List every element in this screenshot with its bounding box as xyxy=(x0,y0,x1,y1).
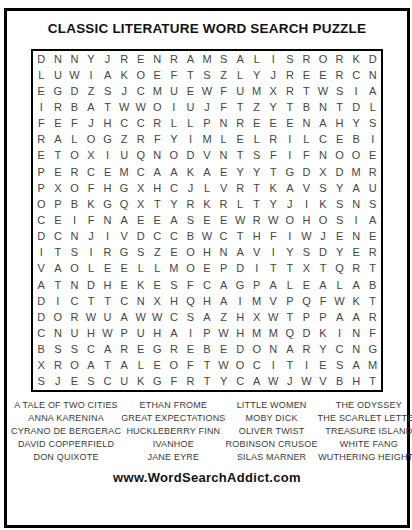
grid-cell: P xyxy=(116,325,133,341)
grid-cell: C xyxy=(116,116,133,132)
grid-cell: N xyxy=(348,325,365,341)
grid-cell: C xyxy=(166,229,183,245)
word-list-item: DON QUIXOTE xyxy=(11,452,121,462)
grid-cell: T xyxy=(50,245,67,261)
grid-cell: I xyxy=(83,67,100,83)
grid-cell: E xyxy=(364,229,381,245)
grid-cell: E xyxy=(132,51,149,67)
grid-cell: O xyxy=(66,148,83,164)
grid-cell: Q xyxy=(298,293,315,309)
grid-cell: C xyxy=(315,132,332,148)
grid-cell: E xyxy=(364,148,381,164)
word-list-item: IVANHOE xyxy=(121,439,225,449)
grid-cell: T xyxy=(265,164,282,180)
grid-cell: X xyxy=(83,148,100,164)
grid-cell: F xyxy=(83,180,100,196)
grid-cell: A xyxy=(215,277,232,293)
grid-cell: O xyxy=(248,342,265,358)
grid-cell: W xyxy=(265,309,282,325)
grid-cell: H xyxy=(232,325,249,341)
grid-cell: T xyxy=(298,83,315,99)
grid-cell: S xyxy=(248,148,265,164)
grid-cell: F xyxy=(166,374,183,390)
grid-cell: F xyxy=(315,293,332,309)
grid-cell: T xyxy=(232,99,249,115)
grid-cell: K xyxy=(315,196,332,212)
grid-cell: E xyxy=(132,212,149,228)
grid-cell: U xyxy=(116,148,133,164)
grid-cell: S xyxy=(99,83,116,99)
grid-cell: S xyxy=(166,277,183,293)
grid-cell: U xyxy=(166,83,183,99)
grid-cell: J xyxy=(315,229,332,245)
word-list-item: CYRANO DE BERGERAC xyxy=(11,426,121,436)
grid-cell: R xyxy=(331,51,348,67)
grid-cell: G xyxy=(282,164,299,180)
grid-cell: A xyxy=(215,293,232,309)
puzzle-grid: DNNYJRENRAMSALISRORKDLUWIAKOEFTSZLYJREER… xyxy=(31,49,383,392)
grid-cell: A xyxy=(50,261,67,277)
grid-cell: U xyxy=(99,309,116,325)
grid-cell: E xyxy=(149,212,166,228)
grid-cell: N xyxy=(315,99,332,115)
grid-cell: W xyxy=(331,293,348,309)
grid-cell: A xyxy=(166,164,183,180)
grid-cell: Y xyxy=(348,116,365,132)
grid-cell: S xyxy=(132,245,149,261)
grid-cell: H xyxy=(248,229,265,245)
grid-cell: T xyxy=(364,261,381,277)
grid-cell: K xyxy=(132,277,149,293)
grid-cell: A xyxy=(116,358,133,374)
grid-cell: U xyxy=(132,325,149,341)
grid-cell: I xyxy=(33,99,50,115)
grid-cell: T xyxy=(99,99,116,115)
grid-cell: E xyxy=(149,67,166,83)
grid-cell: E xyxy=(331,229,348,245)
grid-cell: S xyxy=(182,212,199,228)
grid-cell: E xyxy=(232,132,249,148)
grid-cell: E xyxy=(149,277,166,293)
grid-cell: F xyxy=(66,116,83,132)
grid-cell: W xyxy=(116,99,133,115)
word-list-item: SILAS MARNER xyxy=(226,452,318,462)
grid-cell: A xyxy=(166,325,183,341)
grid-cell: Y xyxy=(331,180,348,196)
grid-cell: E xyxy=(265,116,282,132)
grid-cell: E xyxy=(215,212,232,228)
grid-cell: D xyxy=(331,164,348,180)
grid-cell: Y xyxy=(331,245,348,261)
grid-cell: L xyxy=(132,358,149,374)
grid-cell: I xyxy=(99,148,116,164)
grid-cell: D xyxy=(232,342,249,358)
grid-cell: H xyxy=(331,116,348,132)
grid-cell: M xyxy=(248,325,265,341)
grid-cell: R xyxy=(182,374,199,390)
grid-cell: R xyxy=(149,116,166,132)
grid-cell: Y xyxy=(166,196,183,212)
grid-cell: O xyxy=(182,261,199,277)
grid-cell: V xyxy=(33,261,50,277)
grid-cell: Y xyxy=(282,245,299,261)
grid-cell: F xyxy=(265,148,282,164)
grid-cell: Y xyxy=(248,164,265,180)
grid-cell: G xyxy=(50,83,67,99)
word-list-item: LITTLE WOMEN xyxy=(226,400,318,410)
grid-cell: J xyxy=(50,374,67,390)
grid-cell: T xyxy=(50,277,67,293)
grid-cell: T xyxy=(248,196,265,212)
grid-cell: S xyxy=(66,245,83,261)
grid-cell: W xyxy=(83,309,100,325)
grid-cell: S xyxy=(66,342,83,358)
grid-cell: H xyxy=(149,180,166,196)
grid-cell: A xyxy=(149,164,166,180)
grid-cell: A xyxy=(348,277,365,293)
grid-cell: I xyxy=(232,293,249,309)
grid-cell: J xyxy=(99,51,116,67)
grid-cell: I xyxy=(265,358,282,374)
grid-cell: Y xyxy=(166,132,183,148)
grid-cell: I xyxy=(166,99,183,115)
grid-cell: O xyxy=(132,67,149,83)
grid-cell: I xyxy=(282,132,299,148)
grid-cell: W xyxy=(298,229,315,245)
grid-cell: D xyxy=(232,261,249,277)
grid-cell: L xyxy=(232,196,249,212)
grid-cell: D xyxy=(298,164,315,180)
grid-cell: B xyxy=(182,229,199,245)
grid-cell: G xyxy=(149,374,166,390)
grid-cell: J xyxy=(116,83,133,99)
grid-cell: M xyxy=(199,51,216,67)
grid-cell: R xyxy=(282,83,299,99)
grid-cell: E xyxy=(116,277,133,293)
grid-cell: X xyxy=(50,180,67,196)
grid-cell: G xyxy=(116,180,133,196)
grid-cell: C xyxy=(116,293,133,309)
grid-cell: L xyxy=(132,261,149,277)
grid-cell: D xyxy=(298,325,315,341)
word-list-item: ETHAN FROME xyxy=(121,400,225,410)
grid-cell: M xyxy=(364,358,381,374)
word-list-item: THE SCARLET LETTER xyxy=(318,413,412,423)
grid-cell: N xyxy=(215,148,232,164)
grid-cell: N xyxy=(215,116,232,132)
grid-cell: E xyxy=(199,212,216,228)
grid-cell: L xyxy=(83,261,100,277)
grid-cell: S xyxy=(364,196,381,212)
grid-cell: W xyxy=(132,309,149,325)
grid-cell: T xyxy=(265,261,282,277)
grid-cell: A xyxy=(282,180,299,196)
grid-cell: R xyxy=(348,261,365,277)
grid-cell: E xyxy=(215,164,232,180)
grid-cell: S xyxy=(33,374,50,390)
grid-cell: N xyxy=(99,212,116,228)
grid-cell: Y xyxy=(315,342,332,358)
grid-cell: W xyxy=(315,83,332,99)
grid-cell: W xyxy=(265,374,282,390)
grid-cell: O xyxy=(33,196,50,212)
grid-cell: R xyxy=(116,51,133,67)
grid-cell: J xyxy=(83,116,100,132)
grid-cell: F xyxy=(215,99,232,115)
grid-cell: I xyxy=(182,132,199,148)
grid-cell: B xyxy=(66,196,83,212)
grid-cell: H xyxy=(99,180,116,196)
grid-cell: D xyxy=(315,245,332,261)
grid-cell: E xyxy=(182,342,199,358)
grid-cell: R xyxy=(364,164,381,180)
grid-cell: C xyxy=(83,342,100,358)
grid-cell: Q xyxy=(132,148,149,164)
grid-cell: N xyxy=(66,277,83,293)
grid-cell: P xyxy=(315,309,332,325)
grid-cell: L xyxy=(232,67,249,83)
grid-cell: N xyxy=(348,342,365,358)
grid-cell: X xyxy=(298,261,315,277)
grid-cell: G xyxy=(149,342,166,358)
grid-cell: I xyxy=(66,212,83,228)
grid-cell: R xyxy=(182,196,199,212)
grid-cell: S xyxy=(364,116,381,132)
grid-cell: L xyxy=(248,132,265,148)
grid-cell: T xyxy=(282,358,299,374)
grid-cell: J xyxy=(265,67,282,83)
grid-cell: U xyxy=(66,325,83,341)
grid-cell: T xyxy=(282,99,299,115)
grid-cell: S xyxy=(298,245,315,261)
grid-cell: A xyxy=(50,132,67,148)
grid-cell: I xyxy=(331,325,348,341)
grid-cell: X xyxy=(132,180,149,196)
grid-cell: H xyxy=(99,116,116,132)
grid-cell: E xyxy=(50,116,67,132)
grid-cell: T xyxy=(364,293,381,309)
grid-cell: H xyxy=(166,293,183,309)
grid-cell: L xyxy=(66,132,83,148)
word-list-item: A TALE OF TWO CITIES xyxy=(11,400,121,410)
puzzle-title: CLASSIC LITERATURE WORD SEARCH PUZZLE xyxy=(7,21,407,36)
grid-cell: R xyxy=(166,342,183,358)
grid-cell: E xyxy=(331,132,348,148)
grid-cell: P xyxy=(282,293,299,309)
word-list-item: TREASURE ISLAND xyxy=(318,426,412,436)
grid-cell: W xyxy=(199,83,216,99)
grid-cell: I xyxy=(282,229,299,245)
grid-cell: C xyxy=(66,293,83,309)
grid-cell: G xyxy=(116,245,133,261)
grid-cell: N xyxy=(348,196,365,212)
grid-cell: I xyxy=(33,245,50,261)
grid-cell: A xyxy=(364,83,381,99)
grid-cell: D xyxy=(33,229,50,245)
grid-cell: T xyxy=(199,374,216,390)
grid-cell: A xyxy=(265,277,282,293)
grid-cell: L xyxy=(331,277,348,293)
grid-cell: G xyxy=(99,196,116,212)
grid-cell: Z xyxy=(83,83,100,99)
grid-cell: E xyxy=(315,67,332,83)
grid-cell: I xyxy=(182,325,199,341)
grid-cell: T xyxy=(199,358,216,374)
grid-cell: E xyxy=(33,83,50,99)
grid-cell: R xyxy=(66,309,83,325)
grid-cell: Y xyxy=(232,164,249,180)
grid-cell: R xyxy=(132,132,149,148)
grid-cell: G xyxy=(364,342,381,358)
grid-cell: P xyxy=(33,164,50,180)
grid-cell: L xyxy=(166,116,183,132)
grid-cell: C xyxy=(83,164,100,180)
word-list-item: DAVID COPPERFIELD xyxy=(11,439,121,449)
grid-cell: H xyxy=(99,277,116,293)
grid-cell: J xyxy=(182,180,199,196)
grid-cell: M xyxy=(166,261,183,277)
grid-cell: M xyxy=(149,83,166,99)
grid-cell: T xyxy=(282,261,299,277)
grid-cell: W xyxy=(215,325,232,341)
grid-cell: O xyxy=(66,261,83,277)
grid-cell: O xyxy=(50,309,67,325)
grid-cell: M xyxy=(248,83,265,99)
grid-cell: H xyxy=(298,212,315,228)
grid-cell: P xyxy=(50,196,67,212)
grid-cell: K xyxy=(348,51,365,67)
grid-cell: A xyxy=(166,212,183,228)
grid-cell: K xyxy=(199,196,216,212)
grid-cell: E xyxy=(132,342,149,358)
grid-cell: H xyxy=(83,325,100,341)
grid-cell: J xyxy=(282,196,299,212)
grid-cell: L xyxy=(248,51,265,67)
grid-cell: W xyxy=(149,309,166,325)
grid-cell: Y xyxy=(265,99,282,115)
grid-cell: R xyxy=(248,212,265,228)
grid-cell: I xyxy=(348,212,365,228)
grid-cell: Y xyxy=(83,51,100,67)
grid-cell: A xyxy=(282,342,299,358)
grid-cell: F xyxy=(265,229,282,245)
grid-cell: E xyxy=(182,83,199,99)
grid-cell: I xyxy=(248,261,265,277)
grid-cell: W xyxy=(298,374,315,390)
word-list-item: JANE EYRE xyxy=(121,452,225,462)
grid-cell: R xyxy=(215,196,232,212)
grid-cell: T xyxy=(232,229,249,245)
grid-cell: C xyxy=(331,342,348,358)
grid-cell: P xyxy=(199,116,216,132)
grid-cell: E xyxy=(215,342,232,358)
grid-cell: A xyxy=(33,277,50,293)
grid-cell: O xyxy=(348,148,365,164)
grid-cell: S xyxy=(331,83,348,99)
grid-cell: N xyxy=(66,51,83,67)
grid-cell: I xyxy=(364,132,381,148)
grid-cell: I xyxy=(298,358,315,374)
grid-cell: E xyxy=(166,245,183,261)
grid-cell: I xyxy=(265,245,282,261)
grid-cell: R xyxy=(298,51,315,67)
grid-cell: Q xyxy=(182,293,199,309)
grid-cell: B xyxy=(331,374,348,390)
grid-cell: A xyxy=(116,309,133,325)
grid-cell: X xyxy=(248,309,265,325)
word-list-item: HUCKLEBERRY FINN xyxy=(121,426,225,436)
grid-cell: L xyxy=(298,132,315,148)
grid-cell: C xyxy=(132,164,149,180)
grid-cell: J xyxy=(83,229,100,245)
grid-cell: O xyxy=(83,132,100,148)
grid-cell: O xyxy=(66,180,83,196)
grid-cell: I xyxy=(83,245,100,261)
grid-cell: X xyxy=(132,196,149,212)
grid-cell: D xyxy=(83,277,100,293)
grid-cell: A xyxy=(99,67,116,83)
grid-cell: C xyxy=(199,277,216,293)
grid-cell: W xyxy=(132,99,149,115)
grid-cell: A xyxy=(315,277,332,293)
grid-cell: E xyxy=(50,212,67,228)
grid-cell: G xyxy=(99,132,116,148)
grid-cell: A xyxy=(331,309,348,325)
grid-cell: N xyxy=(50,325,67,341)
grid-cell: A xyxy=(232,245,249,261)
grid-cell: E xyxy=(99,164,116,180)
grid-cell: S xyxy=(282,51,299,67)
grid-cell: A xyxy=(116,212,133,228)
grid-cell: V xyxy=(298,180,315,196)
grid-cell: R xyxy=(265,132,282,148)
grid-cell: Y xyxy=(248,67,265,83)
grid-cell: T xyxy=(50,148,67,164)
grid-cell: E xyxy=(116,261,133,277)
grid-cell: B xyxy=(199,342,216,358)
grid-cell: E xyxy=(199,261,216,277)
grid-cell: K xyxy=(265,180,282,196)
grid-cell: O xyxy=(166,358,183,374)
grid-cell: F xyxy=(33,116,50,132)
grid-cell: E xyxy=(33,148,50,164)
grid-cell: O xyxy=(232,358,249,374)
grid-cell: K xyxy=(83,196,100,212)
grid-cell: A xyxy=(99,342,116,358)
grid-cell: U xyxy=(232,83,249,99)
grid-cell: A xyxy=(83,99,100,115)
grid-cell: R xyxy=(298,342,315,358)
grid-cell: H xyxy=(199,245,216,261)
grid-cell: W xyxy=(232,212,249,228)
grid-cell: A xyxy=(232,51,249,67)
grid-cell: A xyxy=(348,358,365,374)
grid-cell: F xyxy=(166,67,183,83)
word-list-item: ANNA KARENINA xyxy=(11,413,121,423)
grid-cell: L xyxy=(364,99,381,115)
grid-cell: T xyxy=(248,180,265,196)
grid-cell: S xyxy=(315,180,332,196)
grid-cell: C xyxy=(149,229,166,245)
grid-cell: O xyxy=(331,148,348,164)
grid-cell: F xyxy=(215,83,232,99)
grid-cell: K xyxy=(116,67,133,83)
grid-cell: R xyxy=(232,180,249,196)
grid-cell: S xyxy=(50,342,67,358)
grid-cell: M xyxy=(265,325,282,341)
grid-cell: A xyxy=(315,116,332,132)
grid-cell: X xyxy=(149,293,166,309)
